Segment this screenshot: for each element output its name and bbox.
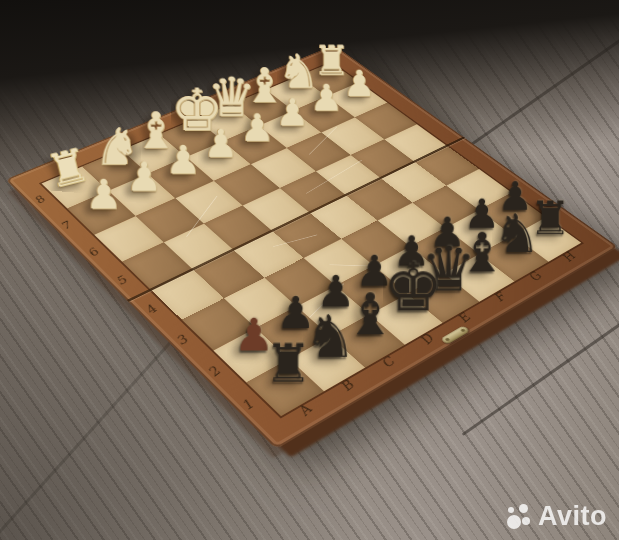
- square-a1[interactable]: ♜: [247, 359, 324, 416]
- scratch-mark: [186, 196, 218, 237]
- watermark-text: Avito: [538, 501, 607, 532]
- file-label-c: C: [377, 354, 398, 370]
- file-label-h: H: [558, 250, 578, 264]
- file-label-b: B: [336, 378, 357, 394]
- photo-scene: ♜♞♝♚♛♝♞♜♟♟♟♟♟♟♟♟♟♟♟♟♟♟♟♟♜♞♝♚♛♝♞♜ ABCDEFG…: [0, 0, 619, 540]
- avito-logo-icon: [507, 504, 531, 530]
- rank-label-3: 3: [172, 333, 191, 347]
- file-label-f: F: [490, 290, 509, 304]
- file-label-d: D: [416, 332, 437, 347]
- file-label-a: A: [293, 402, 315, 418]
- rank-label-2: 2: [203, 364, 223, 379]
- rank-label-8: 8: [30, 194, 48, 205]
- rank-label-6: 6: [83, 246, 102, 258]
- rank-label-1: 1: [237, 397, 257, 413]
- file-label-e: E: [453, 311, 473, 325]
- black-rook[interactable]: ♜: [260, 337, 315, 390]
- rank-label-5: 5: [112, 274, 130, 287]
- file-label-g: G: [525, 270, 545, 283]
- avito-watermark: Avito: [507, 501, 607, 532]
- rank-label-4: 4: [141, 303, 160, 316]
- white-pawn[interactable]: ♟: [79, 174, 128, 215]
- rank-label-7: 7: [57, 220, 74, 232]
